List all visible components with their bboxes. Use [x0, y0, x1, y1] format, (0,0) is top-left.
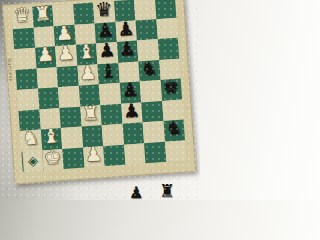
square[interactable] [164, 140, 186, 162]
white-bishop-piece[interactable]: ♝ [77, 41, 95, 63]
square[interactable] [134, 0, 156, 20]
white-pawn-piece[interactable]: ♟ [36, 43, 54, 65]
square[interactable] [99, 83, 121, 105]
black-pawn-piece[interactable]: ♟ [118, 38, 136, 60]
black-pawn-piece[interactable]: ♟ [116, 17, 134, 39]
square[interactable] [36, 67, 58, 89]
square[interactable] [135, 19, 157, 41]
captured-black-rook-piece[interactable]: ♜ [159, 180, 175, 200]
square[interactable]: ♛ [11, 7, 33, 29]
square[interactable] [73, 3, 95, 25]
square[interactable] [102, 124, 124, 146]
square[interactable] [62, 147, 84, 169]
square[interactable]: ♟ [77, 64, 99, 86]
square[interactable] [141, 100, 163, 122]
square[interactable] [100, 103, 122, 125]
white-bishop-piece[interactable]: ♝ [42, 125, 60, 147]
black-pawn-piece[interactable]: ♟ [121, 79, 139, 101]
square[interactable]: ♞ [138, 60, 160, 82]
square[interactable] [16, 68, 38, 90]
white-queen-piece[interactable]: ♛ [13, 4, 31, 26]
white-pawn-piece[interactable]: ♟ [55, 22, 73, 44]
square[interactable]: ♟ [83, 146, 105, 168]
black-king-piece[interactable]: ♚ [162, 76, 180, 98]
board-brand-text: Duncans [7, 58, 14, 81]
square[interactable] [58, 86, 80, 108]
square[interactable]: ♟ [121, 102, 143, 124]
square[interactable]: ♟ [35, 46, 57, 68]
square[interactable] [154, 0, 176, 19]
white-rook-piece[interactable]: ♜ [33, 3, 51, 25]
square[interactable]: ♚ [160, 79, 182, 101]
square[interactable]: ♞ [163, 119, 185, 141]
square[interactable] [37, 87, 59, 109]
square[interactable] [124, 143, 146, 165]
square[interactable] [140, 80, 162, 102]
square[interactable] [14, 48, 36, 70]
square[interactable]: ♟ [116, 41, 138, 63]
square[interactable]: ♟ [55, 45, 77, 67]
square[interactable] [157, 38, 179, 60]
captured-black-pawn-piece[interactable]: ♟ [129, 183, 143, 200]
white-pawn-piece[interactable]: ♟ [84, 143, 102, 165]
square[interactable]: ♝ [97, 62, 119, 84]
black-knight-piece[interactable]: ♞ [165, 117, 183, 139]
black-pawn-piece[interactable]: ♟ [97, 39, 115, 61]
square[interactable] [156, 17, 178, 39]
square[interactable] [61, 127, 83, 149]
black-bishop-piece[interactable]: ♝ [99, 60, 117, 82]
board-crest-emblem: ◈ [22, 147, 44, 172]
square[interactable] [122, 122, 144, 144]
square[interactable] [103, 144, 125, 166]
square[interactable] [143, 121, 165, 143]
black-pawn-piece[interactable]: ♟ [96, 19, 114, 41]
black-knight-piece[interactable]: ♞ [140, 57, 158, 79]
board-grid: ♛♜♛♟♟♟♟♟♝♟♟♟♝♞♟♚♜♟♞♝♞♚♟ [11, 0, 186, 172]
white-knight-piece[interactable]: ♞ [21, 127, 39, 149]
square[interactable]: ♚ [42, 149, 64, 171]
square[interactable] [17, 89, 39, 111]
white-pawn-piece[interactable]: ♟ [78, 61, 96, 83]
square[interactable]: ♜ [80, 105, 102, 127]
square[interactable] [56, 65, 78, 87]
black-pawn-piece[interactable]: ♟ [122, 99, 140, 121]
square[interactable] [13, 27, 35, 49]
crest-diamond-icon: ◈ [28, 153, 39, 167]
white-king-piece[interactable]: ♚ [43, 146, 61, 168]
square[interactable] [144, 141, 166, 163]
chess-board: Duncans ♛♜♛♟♟♟♟♟♝♟♟♟♝♞♟♚♜♟♞♝♞♚♟ ◈ [2, 0, 196, 184]
white-pawn-piece[interactable]: ♟ [57, 42, 75, 64]
square[interactable]: ♜ [32, 5, 54, 27]
square[interactable] [59, 106, 81, 128]
white-rook-piece[interactable]: ♜ [81, 102, 99, 124]
